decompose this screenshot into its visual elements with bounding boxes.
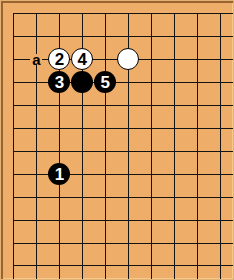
grid-line-horizontal [13,36,233,37]
grid-line-horizontal [13,197,233,198]
grid-line-horizontal [13,220,233,221]
go-board: a24351 [0,0,234,280]
grid-line-vertical [151,13,152,279]
grid-line-vertical [13,13,14,279]
grid-line-horizontal [13,128,233,129]
grid-line-horizontal [13,82,233,83]
grid-line-vertical [105,13,106,279]
white-stone: 2 [48,48,70,70]
black-stone: 3 [48,71,70,93]
white-stone: 4 [71,48,93,70]
black-stone: 5 [94,71,116,93]
grid-line-vertical [197,13,198,279]
black-stone: 1 [48,163,70,185]
grid-line-horizontal [13,243,233,244]
grid-line-vertical [174,13,175,279]
grid-line-horizontal [13,13,233,14]
grid-line-horizontal [13,105,233,106]
grid-line-horizontal [13,151,233,152]
point-label: a [30,54,42,65]
grid-line-horizontal [13,265,233,266]
black-stone [71,71,93,93]
grid-line-horizontal [13,174,233,175]
grid-line-vertical [220,13,221,279]
white-stone [117,48,139,70]
